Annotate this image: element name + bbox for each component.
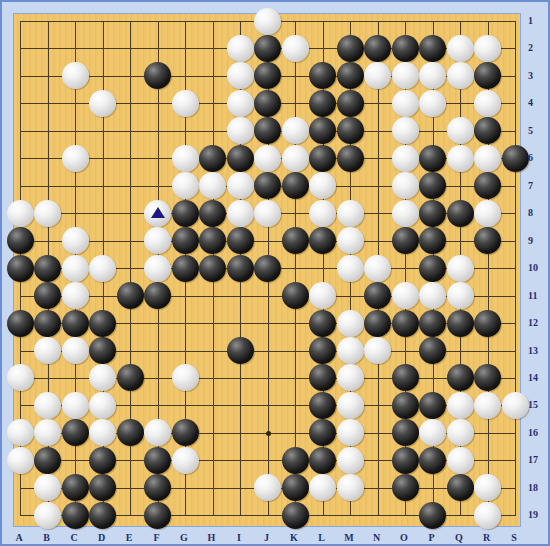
white-stone-P4[interactable]	[419, 90, 446, 117]
white-stone-R2[interactable]	[474, 35, 501, 62]
black-stone-H6[interactable]	[199, 145, 226, 172]
black-stone-K17[interactable]	[282, 447, 309, 474]
black-stone-L9[interactable]	[309, 227, 336, 254]
col-label-J: J	[264, 532, 269, 543]
col-label-A: A	[15, 532, 22, 543]
black-stone-C19[interactable]	[62, 502, 89, 529]
black-stone-L12[interactable]	[309, 310, 336, 337]
row-label-10: 10	[528, 262, 538, 273]
row-label-12: 12	[528, 317, 538, 328]
black-stone-K19[interactable]	[282, 502, 309, 529]
black-stone-Q12[interactable]	[447, 310, 474, 337]
white-stone-I7[interactable]	[227, 172, 254, 199]
col-label-H: H	[208, 532, 216, 543]
black-stone-L17[interactable]	[309, 447, 336, 474]
white-stone-B19[interactable]	[34, 502, 61, 529]
black-stone-P2[interactable]	[419, 35, 446, 62]
white-stone-I3[interactable]	[227, 62, 254, 89]
white-stone-C6[interactable]	[62, 145, 89, 172]
black-stone-H8[interactable]	[199, 200, 226, 227]
white-stone-R15[interactable]	[474, 392, 501, 419]
black-stone-O17[interactable]	[392, 447, 419, 474]
black-stone-J10[interactable]	[254, 255, 281, 282]
col-label-S: S	[511, 532, 517, 543]
white-stone-O5[interactable]	[392, 117, 419, 144]
white-stone-K6[interactable]	[282, 145, 309, 172]
col-label-M: M	[344, 532, 353, 543]
black-stone-P19[interactable]	[419, 502, 446, 529]
black-stone-E11[interactable]	[117, 282, 144, 309]
col-label-O: O	[400, 532, 408, 543]
black-stone-P8[interactable]	[419, 200, 446, 227]
white-stone-G4[interactable]	[172, 90, 199, 117]
black-stone-O16[interactable]	[392, 419, 419, 446]
row-label-6: 6	[528, 152, 533, 163]
row-label-15: 15	[528, 399, 538, 410]
white-stone-D10[interactable]	[89, 255, 116, 282]
white-stone-R19[interactable]	[474, 502, 501, 529]
black-stone-P13[interactable]	[419, 337, 446, 364]
go-board[interactable]	[13, 13, 521, 527]
black-stone-P12[interactable]	[419, 310, 446, 337]
black-stone-M6[interactable]	[337, 145, 364, 172]
white-stone-M16[interactable]	[337, 419, 364, 446]
white-stone-M12[interactable]	[337, 310, 364, 337]
row-label-3: 3	[528, 69, 533, 80]
white-stone-R4[interactable]	[474, 90, 501, 117]
black-stone-I9[interactable]	[227, 227, 254, 254]
black-stone-I6[interactable]	[227, 145, 254, 172]
white-stone-M14[interactable]	[337, 364, 364, 391]
row-label-13: 13	[528, 344, 538, 355]
col-label-K: K	[290, 532, 298, 543]
white-stone-M10[interactable]	[337, 255, 364, 282]
black-stone-N12[interactable]	[364, 310, 391, 337]
black-stone-D19[interactable]	[89, 502, 116, 529]
white-stone-J6[interactable]	[254, 145, 281, 172]
black-stone-G9[interactable]	[172, 227, 199, 254]
col-label-N: N	[373, 532, 380, 543]
black-stone-D17[interactable]	[89, 447, 116, 474]
col-label-B: B	[43, 532, 50, 543]
col-label-G: G	[180, 532, 188, 543]
black-stone-O15[interactable]	[392, 392, 419, 419]
col-label-E: E	[126, 532, 133, 543]
black-stone-G10[interactable]	[172, 255, 199, 282]
white-stone-J1[interactable]	[254, 8, 281, 35]
white-stone-B15[interactable]	[34, 392, 61, 419]
white-stone-D15[interactable]	[89, 392, 116, 419]
row-label-5: 5	[528, 124, 533, 135]
row-label-7: 7	[528, 179, 533, 190]
black-stone-B12[interactable]	[34, 310, 61, 337]
white-stone-G7[interactable]	[172, 172, 199, 199]
black-stone-G16[interactable]	[172, 419, 199, 446]
white-stone-Q17[interactable]	[447, 447, 474, 474]
white-stone-C9[interactable]	[62, 227, 89, 254]
white-stone-F9[interactable]	[144, 227, 171, 254]
black-stone-J2[interactable]	[254, 35, 281, 62]
black-stone-O2[interactable]	[392, 35, 419, 62]
row-label-14: 14	[528, 371, 538, 382]
black-stone-B17[interactable]	[34, 447, 61, 474]
black-stone-A9[interactable]	[7, 227, 34, 254]
black-stone-F11[interactable]	[144, 282, 171, 309]
black-stone-C18[interactable]	[62, 474, 89, 501]
black-stone-N11[interactable]	[364, 282, 391, 309]
col-label-C: C	[70, 532, 77, 543]
white-stone-K5[interactable]	[282, 117, 309, 144]
black-stone-L15[interactable]	[309, 392, 336, 419]
white-stone-Q3[interactable]	[447, 62, 474, 89]
white-stone-M18[interactable]	[337, 474, 364, 501]
white-stone-G14[interactable]	[172, 364, 199, 391]
white-stone-A14[interactable]	[7, 364, 34, 391]
white-stone-O4[interactable]	[392, 90, 419, 117]
white-stone-R8[interactable]	[474, 200, 501, 227]
white-stone-K2[interactable]	[282, 35, 309, 62]
white-stone-C10[interactable]	[62, 255, 89, 282]
white-stone-Q6[interactable]	[447, 145, 474, 172]
white-stone-M8[interactable]	[337, 200, 364, 227]
black-stone-P10[interactable]	[419, 255, 446, 282]
white-stone-N10[interactable]	[364, 255, 391, 282]
white-stone-O7[interactable]	[392, 172, 419, 199]
black-stone-F17[interactable]	[144, 447, 171, 474]
black-stone-H9[interactable]	[199, 227, 226, 254]
white-stone-Q11[interactable]	[447, 282, 474, 309]
black-stone-R12[interactable]	[474, 310, 501, 337]
col-label-P: P	[428, 532, 434, 543]
white-stone-Q16[interactable]	[447, 419, 474, 446]
white-stone-C11[interactable]	[62, 282, 89, 309]
white-stone-C13[interactable]	[62, 337, 89, 364]
white-stone-C3[interactable]	[62, 62, 89, 89]
black-stone-K11[interactable]	[282, 282, 309, 309]
white-stone-P11[interactable]	[419, 282, 446, 309]
black-stone-M5[interactable]	[337, 117, 364, 144]
white-stone-O8[interactable]	[392, 200, 419, 227]
white-stone-J8[interactable]	[254, 200, 281, 227]
white-stone-L8[interactable]	[309, 200, 336, 227]
black-stone-L6[interactable]	[309, 145, 336, 172]
row-label-16: 16	[528, 426, 538, 437]
white-stone-O11[interactable]	[392, 282, 419, 309]
white-stone-N13[interactable]	[364, 337, 391, 364]
row-label-2: 2	[528, 42, 533, 53]
black-stone-O18[interactable]	[392, 474, 419, 501]
white-stone-A17[interactable]	[7, 447, 34, 474]
black-stone-N2[interactable]	[364, 35, 391, 62]
white-stone-B13[interactable]	[34, 337, 61, 364]
row-label-11: 11	[528, 289, 537, 300]
black-stone-A10[interactable]	[7, 255, 34, 282]
black-stone-C12[interactable]	[62, 310, 89, 337]
black-stone-P17[interactable]	[419, 447, 446, 474]
black-stone-P9[interactable]	[419, 227, 446, 254]
black-stone-Q14[interactable]	[447, 364, 474, 391]
white-stone-A8[interactable]	[7, 200, 34, 227]
col-label-R: R	[483, 532, 490, 543]
black-stone-S6[interactable]	[502, 145, 529, 172]
black-stone-O14[interactable]	[392, 364, 419, 391]
black-stone-P6[interactable]	[419, 145, 446, 172]
black-stone-B10[interactable]	[34, 255, 61, 282]
white-stone-M15[interactable]	[337, 392, 364, 419]
black-stone-K9[interactable]	[282, 227, 309, 254]
black-stone-D13[interactable]	[89, 337, 116, 364]
white-stone-M9[interactable]	[337, 227, 364, 254]
white-stone-C15[interactable]	[62, 392, 89, 419]
black-stone-C16[interactable]	[62, 419, 89, 446]
black-stone-O9[interactable]	[392, 227, 419, 254]
white-stone-Q5[interactable]	[447, 117, 474, 144]
white-stone-O3[interactable]	[392, 62, 419, 89]
white-stone-M17[interactable]	[337, 447, 364, 474]
row-label-1: 1	[528, 15, 533, 26]
white-stone-D4[interactable]	[89, 90, 116, 117]
white-stone-Q2[interactable]	[447, 35, 474, 62]
black-stone-B11[interactable]	[34, 282, 61, 309]
white-stone-R6[interactable]	[474, 145, 501, 172]
white-stone-O6[interactable]	[392, 145, 419, 172]
row-label-19: 19	[528, 509, 538, 520]
black-stone-D12[interactable]	[89, 310, 116, 337]
black-stone-K7[interactable]	[282, 172, 309, 199]
black-stone-F19[interactable]	[144, 502, 171, 529]
black-stone-L13[interactable]	[309, 337, 336, 364]
white-stone-F10[interactable]	[144, 255, 171, 282]
white-stone-G17[interactable]	[172, 447, 199, 474]
black-stone-L4[interactable]	[309, 90, 336, 117]
white-stone-B8[interactable]	[34, 200, 61, 227]
white-stone-I8[interactable]	[227, 200, 254, 227]
black-stone-G8[interactable]	[172, 200, 199, 227]
col-label-L: L	[318, 532, 325, 543]
black-stone-M4[interactable]	[337, 90, 364, 117]
black-stone-Q8[interactable]	[447, 200, 474, 227]
col-label-Q: Q	[455, 532, 463, 543]
white-stone-Q10[interactable]	[447, 255, 474, 282]
white-stone-I4[interactable]	[227, 90, 254, 117]
black-stone-E16[interactable]	[117, 419, 144, 446]
row-label-4: 4	[528, 97, 533, 108]
black-stone-R9[interactable]	[474, 227, 501, 254]
white-stone-Q15[interactable]	[447, 392, 474, 419]
go-app-window: ABCDEFGHIJKLMNOPQRS 12345678910111213141…	[0, 0, 550, 546]
row-label-18: 18	[528, 481, 538, 492]
black-stone-I13[interactable]	[227, 337, 254, 364]
white-stone-I5[interactable]	[227, 117, 254, 144]
white-stone-S15[interactable]	[502, 392, 529, 419]
col-label-F: F	[153, 532, 159, 543]
row-label-17: 17	[528, 454, 538, 465]
black-stone-E14[interactable]	[117, 364, 144, 391]
star-point	[266, 431, 271, 436]
black-stone-A12[interactable]	[7, 310, 34, 337]
black-stone-H10[interactable]	[199, 255, 226, 282]
white-stone-I2[interactable]	[227, 35, 254, 62]
col-label-I: I	[237, 532, 241, 543]
black-stone-M3[interactable]	[337, 62, 364, 89]
board-grid	[20, 21, 516, 516]
white-stone-G6[interactable]	[172, 145, 199, 172]
white-stone-A16[interactable]	[7, 419, 34, 446]
last-move-triangle-marker	[151, 207, 165, 218]
black-stone-I10[interactable]	[227, 255, 254, 282]
white-stone-M13[interactable]	[337, 337, 364, 364]
black-stone-Q18[interactable]	[447, 474, 474, 501]
row-label-9: 9	[528, 234, 533, 245]
row-label-8: 8	[528, 207, 533, 218]
white-stone-L11[interactable]	[309, 282, 336, 309]
black-stone-O12[interactable]	[392, 310, 419, 337]
black-stone-K18[interactable]	[282, 474, 309, 501]
black-stone-P15[interactable]	[419, 392, 446, 419]
black-stone-J4[interactable]	[254, 90, 281, 117]
black-stone-M2[interactable]	[337, 35, 364, 62]
col-label-D: D	[98, 532, 105, 543]
